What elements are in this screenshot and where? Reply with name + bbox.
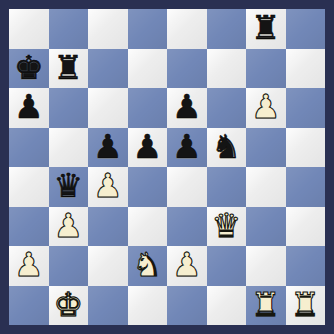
piece-white-knight: ♞ bbox=[132, 248, 162, 281]
square-e1[interactable] bbox=[167, 286, 207, 326]
square-d8[interactable] bbox=[128, 9, 168, 49]
piece-white-rook: ♜ bbox=[290, 288, 320, 321]
piece-black-king: ♚ bbox=[14, 51, 44, 84]
square-g1[interactable]: ♜ bbox=[246, 286, 286, 326]
piece-black-rook: ♜ bbox=[53, 51, 83, 84]
square-f7[interactable] bbox=[207, 49, 247, 89]
square-d7[interactable] bbox=[128, 49, 168, 89]
chess-board: ♜♚♜♟♟♟♟♟♟♞♛♟♟♛♟♞♟♚♜♜ bbox=[9, 9, 325, 325]
square-f6[interactable] bbox=[207, 88, 247, 128]
square-c1[interactable] bbox=[88, 286, 128, 326]
square-f8[interactable] bbox=[207, 9, 247, 49]
square-b3[interactable]: ♟ bbox=[49, 207, 89, 247]
square-c2[interactable] bbox=[88, 246, 128, 286]
square-d5[interactable]: ♟ bbox=[128, 128, 168, 168]
piece-white-pawn: ♟ bbox=[53, 209, 83, 242]
square-c5[interactable]: ♟ bbox=[88, 128, 128, 168]
piece-white-queen: ♛ bbox=[211, 209, 241, 242]
piece-black-rook: ♜ bbox=[251, 11, 281, 44]
square-h2[interactable] bbox=[286, 246, 326, 286]
square-f4[interactable] bbox=[207, 167, 247, 207]
square-c4[interactable]: ♟ bbox=[88, 167, 128, 207]
square-b6[interactable] bbox=[49, 88, 89, 128]
square-b4[interactable]: ♛ bbox=[49, 167, 89, 207]
square-h7[interactable] bbox=[286, 49, 326, 89]
square-g3[interactable] bbox=[246, 207, 286, 247]
square-g7[interactable] bbox=[246, 49, 286, 89]
piece-black-pawn: ♟ bbox=[172, 90, 202, 123]
piece-black-queen: ♛ bbox=[53, 169, 83, 202]
square-b1[interactable]: ♚ bbox=[49, 286, 89, 326]
square-a4[interactable] bbox=[9, 167, 49, 207]
square-e7[interactable] bbox=[167, 49, 207, 89]
square-b5[interactable] bbox=[49, 128, 89, 168]
square-d1[interactable] bbox=[128, 286, 168, 326]
square-c7[interactable] bbox=[88, 49, 128, 89]
piece-white-pawn: ♟ bbox=[251, 90, 281, 123]
square-e2[interactable]: ♟ bbox=[167, 246, 207, 286]
square-a7[interactable]: ♚ bbox=[9, 49, 49, 89]
square-c3[interactable] bbox=[88, 207, 128, 247]
square-a1[interactable] bbox=[9, 286, 49, 326]
piece-black-knight: ♞ bbox=[211, 130, 241, 163]
square-d6[interactable] bbox=[128, 88, 168, 128]
square-a5[interactable] bbox=[9, 128, 49, 168]
square-f3[interactable]: ♛ bbox=[207, 207, 247, 247]
square-h1[interactable]: ♜ bbox=[286, 286, 326, 326]
piece-black-pawn: ♟ bbox=[172, 130, 202, 163]
square-c6[interactable] bbox=[88, 88, 128, 128]
piece-white-pawn: ♟ bbox=[172, 248, 202, 281]
square-e6[interactable]: ♟ bbox=[167, 88, 207, 128]
square-e4[interactable] bbox=[167, 167, 207, 207]
piece-white-pawn: ♟ bbox=[93, 169, 123, 202]
piece-white-pawn: ♟ bbox=[14, 248, 44, 281]
square-e5[interactable]: ♟ bbox=[167, 128, 207, 168]
square-b8[interactable] bbox=[49, 9, 89, 49]
square-a8[interactable] bbox=[9, 9, 49, 49]
square-d4[interactable] bbox=[128, 167, 168, 207]
square-d3[interactable] bbox=[128, 207, 168, 247]
square-b7[interactable]: ♜ bbox=[49, 49, 89, 89]
square-a3[interactable] bbox=[9, 207, 49, 247]
piece-black-pawn: ♟ bbox=[93, 130, 123, 163]
square-h4[interactable] bbox=[286, 167, 326, 207]
piece-black-pawn: ♟ bbox=[14, 90, 44, 123]
square-g2[interactable] bbox=[246, 246, 286, 286]
square-f5[interactable]: ♞ bbox=[207, 128, 247, 168]
square-a6[interactable]: ♟ bbox=[9, 88, 49, 128]
square-e3[interactable] bbox=[167, 207, 207, 247]
piece-white-king: ♚ bbox=[53, 288, 83, 321]
square-h6[interactable] bbox=[286, 88, 326, 128]
square-c8[interactable] bbox=[88, 9, 128, 49]
square-g5[interactable] bbox=[246, 128, 286, 168]
square-f1[interactable] bbox=[207, 286, 247, 326]
square-e8[interactable] bbox=[167, 9, 207, 49]
piece-white-rook: ♜ bbox=[251, 288, 281, 321]
piece-black-pawn: ♟ bbox=[132, 130, 162, 163]
board-frame: ♜♚♜♟♟♟♟♟♟♞♛♟♟♛♟♞♟♚♜♜ bbox=[0, 0, 334, 334]
square-b2[interactable] bbox=[49, 246, 89, 286]
square-h8[interactable] bbox=[286, 9, 326, 49]
square-g8[interactable]: ♜ bbox=[246, 9, 286, 49]
square-h5[interactable] bbox=[286, 128, 326, 168]
square-d2[interactable]: ♞ bbox=[128, 246, 168, 286]
square-g4[interactable] bbox=[246, 167, 286, 207]
square-a2[interactable]: ♟ bbox=[9, 246, 49, 286]
square-g6[interactable]: ♟ bbox=[246, 88, 286, 128]
square-f2[interactable] bbox=[207, 246, 247, 286]
square-h3[interactable] bbox=[286, 207, 326, 247]
